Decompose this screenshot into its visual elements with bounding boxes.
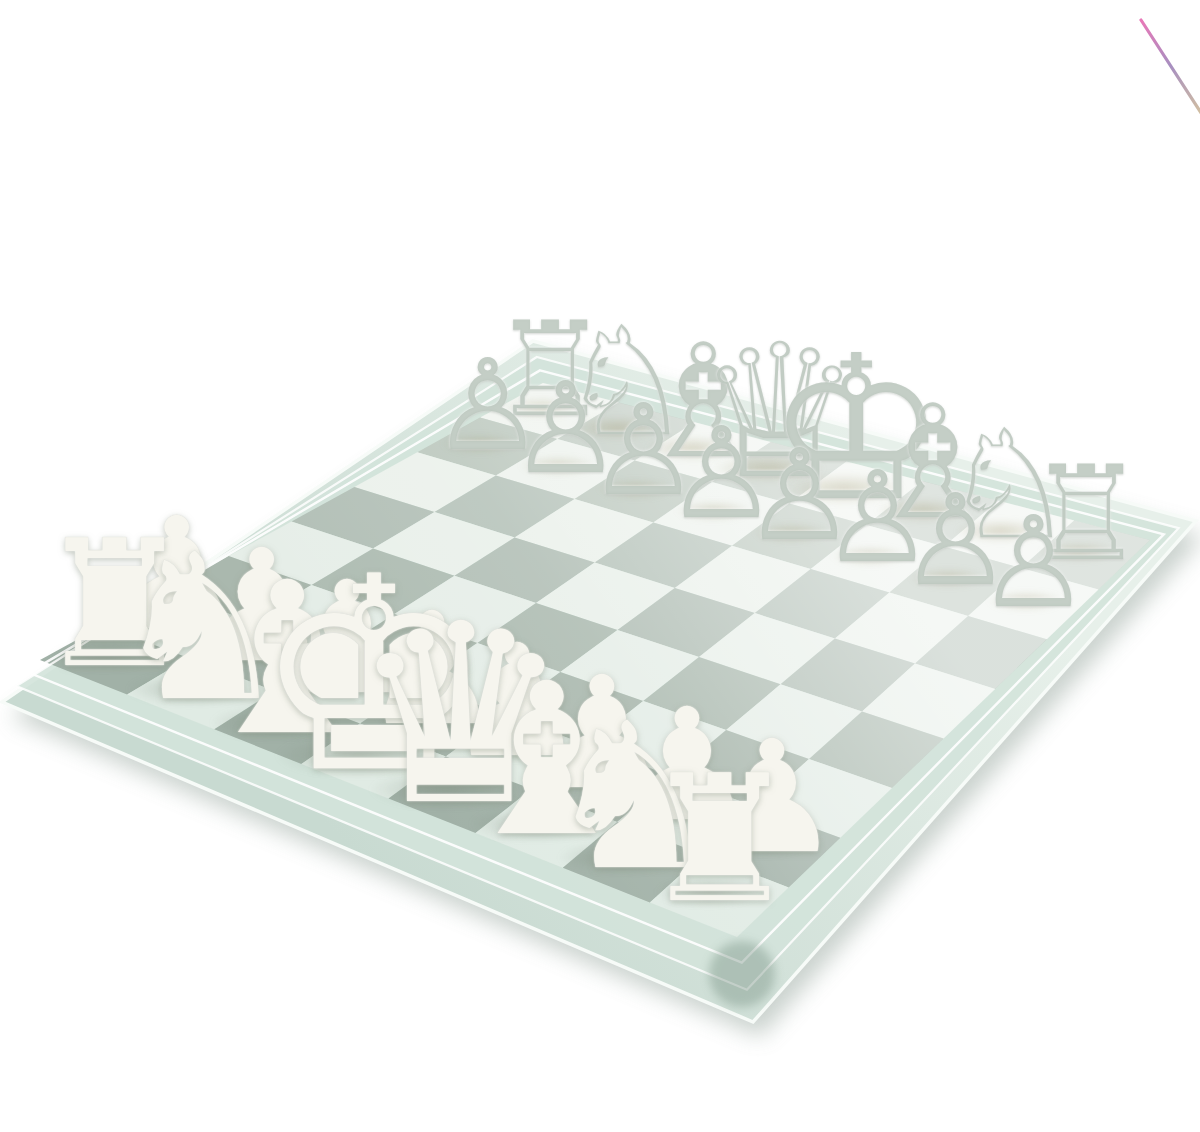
glass-chess-set-photo: ♖♘♗♕♔♗♘♖♙♙♙♙♙♙♙♙♟♟♟♟♟♟♟♟♜♞♝♚♛♝♞♜ xyxy=(0,0,1200,1132)
board-foot-shadow xyxy=(709,941,775,1007)
piece-white-rook-h1[interactable]: ♜ xyxy=(641,752,798,927)
scratch-line-decor xyxy=(1141,20,1200,122)
piece-black-pawn-h7[interactable]: ♙ xyxy=(977,500,1090,626)
